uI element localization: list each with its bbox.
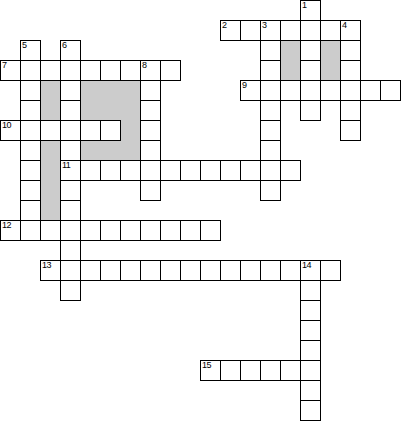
grid-cell[interactable] [80,160,101,181]
grid-cell[interactable] [80,120,101,141]
grid-cell[interactable] [260,180,281,201]
grid-cell[interactable]: 15 [200,360,221,381]
grid-cell[interactable] [280,360,301,381]
clue-number: 14 [302,261,311,270]
grid-cell[interactable] [140,160,161,181]
grid-cell[interactable] [300,320,321,341]
grid-cell[interactable] [240,20,261,41]
grid-cell[interactable] [180,160,201,181]
grid-cell[interactable] [300,80,321,101]
grid-cell[interactable] [60,140,81,161]
grid-cell[interactable] [300,280,321,301]
grid-cell[interactable] [200,220,221,241]
grid-cell[interactable] [240,360,261,381]
grid-cell[interactable] [280,20,301,41]
blocked-cell [120,120,141,141]
grid-cell[interactable] [340,60,361,81]
grid-cell[interactable] [120,220,141,241]
grid-cell[interactable] [260,360,281,381]
grid-cell[interactable] [60,220,81,241]
blocked-cell [80,100,101,121]
blocked-cell [40,200,61,221]
grid-cell[interactable] [160,260,181,281]
grid-cell[interactable] [300,20,321,41]
grid-cell[interactable] [20,200,41,221]
grid-cell[interactable]: 1 [300,0,321,21]
grid-cell[interactable] [300,380,321,401]
clue-number: 4 [342,21,347,30]
grid-cell[interactable] [280,80,301,101]
grid-cell[interactable] [20,140,41,161]
grid-cell[interactable] [140,260,161,281]
grid-cell[interactable] [100,160,121,181]
grid-cell[interactable] [20,60,41,81]
grid-cell[interactable] [20,180,41,201]
grid-cell[interactable]: 5 [20,40,41,61]
blocked-cell [100,100,121,121]
grid-cell[interactable] [60,100,81,121]
clue-number: 3 [262,21,267,30]
crossword-board: 123456789101112131415 [0,0,401,421]
grid-cell[interactable] [40,60,61,81]
clue-number: 7 [2,61,7,70]
grid-cell[interactable] [260,120,281,141]
clue-number: 12 [2,221,11,230]
grid-cell[interactable] [260,80,281,101]
grid-cell[interactable] [260,60,281,81]
grid-cell[interactable] [180,260,201,281]
grid-cell[interactable] [340,40,361,61]
grid-cell[interactable]: 10 [0,120,21,141]
grid-cell[interactable] [300,360,321,381]
grid-cell[interactable] [140,220,161,241]
grid-cell[interactable] [40,220,61,241]
blocked-cell [40,180,61,201]
grid-cell[interactable] [200,160,221,181]
blocked-cell [100,80,121,101]
grid-cell[interactable] [20,160,41,181]
grid-cell[interactable] [220,260,241,281]
grid-cell[interactable] [140,100,161,121]
grid-cell[interactable] [140,180,161,201]
grid-cell[interactable] [180,220,201,241]
grid-cell[interactable] [80,260,101,281]
grid-cell[interactable] [160,60,181,81]
grid-cell[interactable] [240,260,261,281]
blocked-cell [40,100,61,121]
clue-number: 8 [142,61,147,70]
grid-cell[interactable] [260,100,281,121]
grid-cell[interactable] [20,80,41,101]
blocked-cell [320,40,341,61]
blocked-cell [320,60,341,81]
grid-cell[interactable]: 7 [0,60,21,81]
grid-cell[interactable] [200,260,221,281]
grid-cell[interactable] [160,160,181,181]
grid-cell[interactable] [120,160,141,181]
grid-cell[interactable] [60,200,81,221]
grid-cell[interactable] [280,160,301,181]
grid-cell[interactable] [300,340,321,361]
grid-cell[interactable] [280,260,301,281]
grid-cell[interactable] [260,140,281,161]
grid-cell[interactable] [20,120,41,141]
grid-cell[interactable] [300,60,321,81]
grid-cell[interactable] [40,120,61,141]
grid-cell[interactable] [160,220,181,241]
clue-number: 11 [62,161,70,170]
grid-cell[interactable] [60,60,81,81]
grid-cell[interactable]: 12 [0,220,21,241]
grid-cell[interactable] [60,240,81,261]
grid-cell[interactable] [340,120,361,141]
blocked-cell [80,80,101,101]
blocked-cell [120,140,141,161]
grid-cell[interactable] [100,120,121,141]
grid-cell[interactable] [80,220,101,241]
grid-cell[interactable] [20,100,41,121]
grid-cell[interactable] [340,80,361,101]
grid-cell[interactable] [140,80,161,101]
grid-cell[interactable] [140,140,161,161]
clue-number: 2 [222,21,227,30]
clue-number: 13 [42,261,51,270]
grid-cell[interactable] [320,20,341,41]
grid-cell[interactable]: 4 [340,20,361,41]
grid-cell[interactable] [120,60,141,81]
grid-cell[interactable] [260,260,281,281]
grid-cell[interactable] [220,160,241,181]
clue-number: 10 [2,121,11,130]
grid-cell[interactable] [100,220,121,241]
blocked-cell [120,80,141,101]
grid-cell[interactable] [260,40,281,61]
blocked-cell [280,60,301,81]
grid-cell[interactable] [260,160,281,181]
grid-cell[interactable] [60,80,81,101]
clue-number: 6 [62,41,67,50]
grid-cell[interactable] [120,260,141,281]
clue-number: 9 [242,81,247,90]
grid-cell[interactable] [220,360,241,381]
grid-cell[interactable]: 6 [60,40,81,61]
grid-cell[interactable] [360,80,381,101]
grid-cell[interactable]: 11 [60,160,81,181]
grid-cell[interactable] [60,260,81,281]
grid-cell[interactable] [60,280,81,301]
grid-cell[interactable] [320,80,341,101]
grid-cell[interactable] [140,120,161,141]
grid-cell[interactable] [240,160,261,181]
grid-cell[interactable] [100,260,121,281]
grid-cell[interactable] [380,80,401,101]
grid-cell[interactable] [100,60,121,81]
blocked-cell [280,40,301,61]
blocked-cell [40,160,61,181]
grid-cell[interactable] [80,60,101,81]
grid-cell[interactable] [60,180,81,201]
clue-number: 1 [302,1,307,10]
grid-cell[interactable] [340,100,361,121]
grid-cell[interactable]: 13 [40,260,61,281]
grid-cell[interactable] [60,120,81,141]
grid-cell[interactable] [300,40,321,61]
grid-cell[interactable]: 2 [220,20,241,41]
grid-cell[interactable] [300,100,321,121]
grid-cell[interactable]: 3 [260,20,281,41]
grid-cell[interactable] [20,220,41,241]
grid-cell[interactable] [320,260,341,281]
blocked-cell [40,140,61,161]
grid-cell[interactable] [300,300,321,321]
blocked-cell [100,140,121,161]
grid-cell[interactable]: 9 [240,80,261,101]
grid-cell[interactable] [300,400,321,421]
clue-number: 15 [202,361,211,370]
blocked-cell [40,80,61,101]
blocked-cell [120,100,141,121]
clue-number: 5 [22,41,27,50]
grid-cell[interactable]: 14 [300,260,321,281]
blocked-cell [80,140,101,161]
grid-cell[interactable]: 8 [140,60,161,81]
